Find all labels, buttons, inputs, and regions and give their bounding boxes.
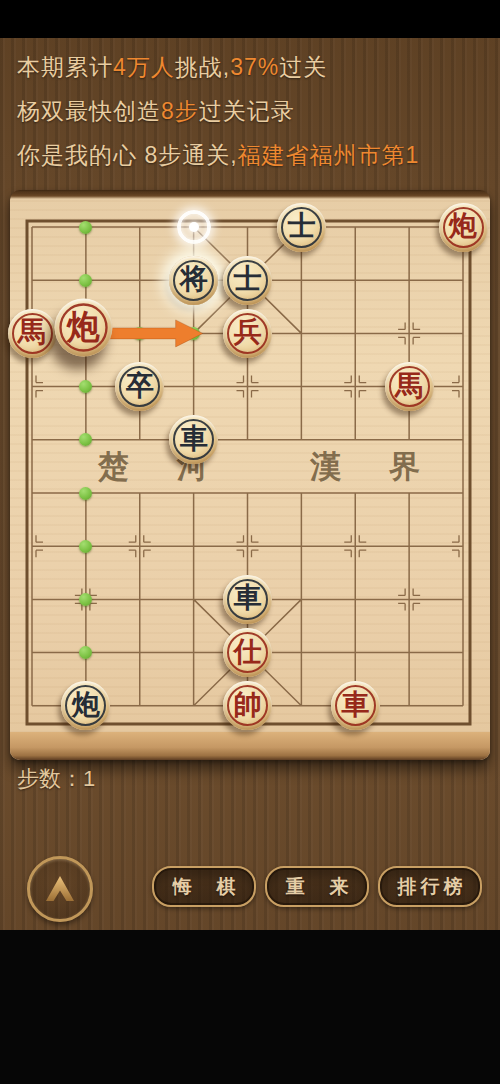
piece-glyph: 炮: [449, 212, 477, 240]
piece-glyph: 炮: [72, 691, 100, 719]
record-text: 杨双最快创造: [17, 98, 161, 124]
player-region-rank: 福建省福州市第1: [238, 142, 420, 168]
record-text: 过关记录: [199, 98, 295, 124]
stats-text: 挑战,: [175, 54, 230, 80]
step-counter-label: 步数：: [17, 766, 83, 791]
black-cannon[interactable]: 炮: [61, 681, 110, 730]
red-chariot[interactable]: 車: [331, 681, 380, 730]
challenge-stats-line: 本期累计4万人挑战,37%过关: [17, 52, 327, 83]
piece-glyph: 士: [234, 265, 262, 293]
piece-glyph: 車: [341, 691, 369, 719]
player-record-line: 你是我的心 8步通关,福建省福州市第1: [17, 140, 419, 171]
piece-glyph: 帥: [234, 691, 262, 719]
stats-text: 本期累计: [17, 54, 113, 80]
black-soldier[interactable]: 卒: [115, 362, 164, 411]
status-bar: [0, 0, 500, 38]
undo-button[interactable]: 悔 棋: [152, 866, 256, 907]
step-counter: 步数：1: [17, 764, 95, 794]
xiangqi-board: 楚 河 漢 界 士炮将士馬炮兵卒馬車車仕帥炮車: [10, 190, 490, 760]
step-counter-value: 1: [83, 766, 95, 791]
record-steps: 8步: [161, 98, 199, 124]
up-arrow-icon: [43, 874, 77, 904]
piece-glyph: 将: [180, 265, 208, 293]
piece-glyph: 炮: [67, 310, 100, 343]
record-line: 杨双最快创造8步过关记录: [17, 96, 295, 127]
piece-glyph: 馬: [18, 318, 46, 346]
red-general[interactable]: 帥: [223, 681, 272, 730]
stats-participants: 4万人: [113, 54, 175, 80]
restart-button[interactable]: 重 来: [265, 866, 369, 907]
piece-glyph: 兵: [234, 318, 262, 346]
piece-glyph: 車: [234, 584, 262, 612]
piece-glyph: 馬: [395, 372, 423, 400]
piece-glyph: 仕: [234, 638, 262, 666]
red-horse[interactable]: 馬: [8, 309, 57, 358]
black-chariot[interactable]: 車: [169, 415, 218, 464]
android-nav-bar: Bai du 经验 jingyan.baidu.com: [0, 930, 500, 1084]
red-cannon[interactable]: 炮: [439, 203, 488, 252]
black-advisor[interactable]: 士: [277, 203, 326, 252]
piece-glyph: 士: [287, 212, 315, 240]
leaderboard-button[interactable]: 排行榜: [378, 866, 482, 907]
red-horse[interactable]: 馬: [385, 362, 434, 411]
player-record-text: 你是我的心 8步通关,: [17, 142, 238, 168]
scroll-top-button[interactable]: [27, 856, 93, 922]
red-soldier[interactable]: 兵: [223, 309, 272, 358]
piece-glyph: 車: [180, 425, 208, 453]
pieces-layer: 士炮将士馬炮兵卒馬車車仕帥炮車: [10, 190, 490, 760]
red-advisor[interactable]: 仕: [223, 628, 272, 677]
stats-pass-rate: 37%: [230, 54, 279, 80]
stats-text: 过关: [279, 54, 327, 80]
black-chariot[interactable]: 車: [223, 575, 272, 624]
app-screen: 本期累计4万人挑战,37%过关 杨双最快创造8步过关记录 你是我的心 8步通关,…: [0, 0, 500, 1084]
red-cannon[interactable]: 炮: [55, 298, 113, 356]
black-general[interactable]: 将: [169, 256, 218, 305]
piece-glyph: 卒: [126, 372, 154, 400]
black-advisor[interactable]: 士: [223, 256, 272, 305]
